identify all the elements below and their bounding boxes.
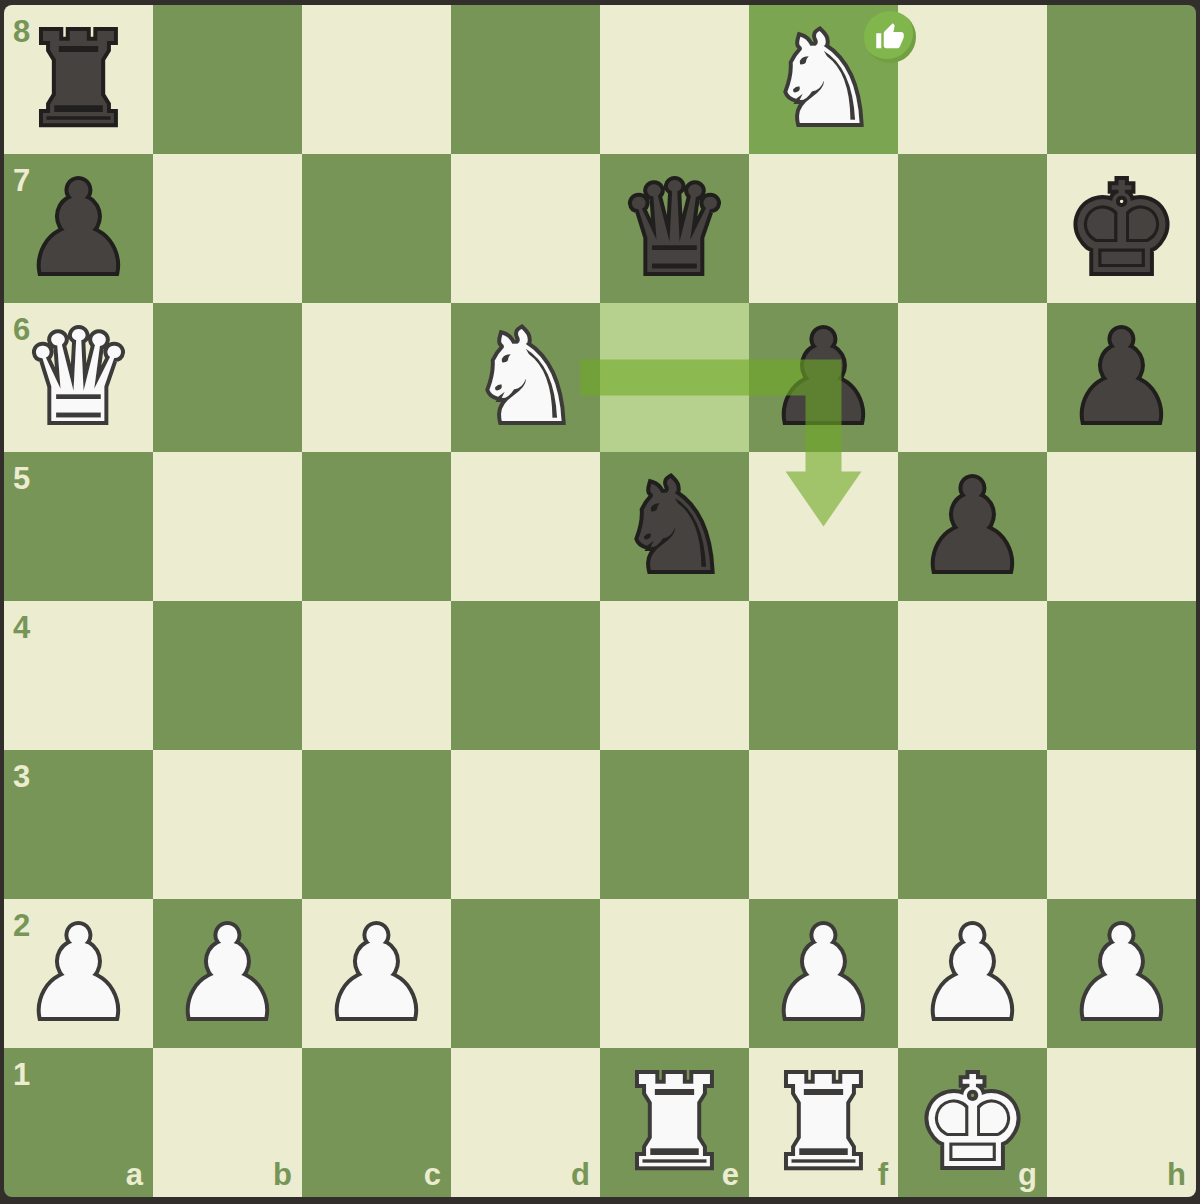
piece-black-king-h7[interactable]: ♚♚ (1047, 154, 1196, 303)
rank-label-3: 3 (13, 761, 30, 792)
square-a5[interactable]: 5 (4, 452, 153, 601)
piece-black-pawn-h6[interactable]: ♟♟ (1047, 303, 1196, 452)
square-a6[interactable]: 6♛♛ (4, 303, 153, 452)
piece-white-king-g1[interactable]: ♚♚ (898, 1048, 1047, 1197)
square-f1[interactable]: f♜♜ (749, 1048, 898, 1197)
piece-white-rook-f1[interactable]: ♜♜ (749, 1048, 898, 1197)
piece-white-knight-d6[interactable]: ♞♞ (451, 303, 600, 452)
square-f6[interactable]: ♟♟ (749, 303, 898, 452)
square-h7[interactable]: ♚♚ (1047, 154, 1196, 303)
piece-white-pawn-f2[interactable]: ♟♟ (749, 899, 898, 1048)
square-a3[interactable]: 3 (4, 750, 153, 899)
piece-white-pawn-a2[interactable]: ♟♟ (4, 899, 153, 1048)
piece-white-pawn-h2[interactable]: ♟♟ (1047, 899, 1196, 1048)
file-label-b: b (273, 1159, 292, 1190)
square-b5[interactable] (153, 452, 302, 601)
last-move-highlight-e6 (600, 303, 749, 452)
good-move-badge (864, 11, 916, 63)
piece-black-pawn-a7[interactable]: ♟♟ (4, 154, 153, 303)
square-a1[interactable]: 1a (4, 1048, 153, 1197)
square-c3[interactable] (302, 750, 451, 899)
square-h3[interactable] (1047, 750, 1196, 899)
rank-label-1: 1 (13, 1059, 30, 1090)
square-g8[interactable] (898, 5, 1047, 154)
square-c7[interactable] (302, 154, 451, 303)
square-a4[interactable]: 4 (4, 601, 153, 750)
square-f4[interactable] (749, 601, 898, 750)
square-f2[interactable]: ♟♟ (749, 899, 898, 1048)
piece-black-pawn-g5[interactable]: ♟♟ (898, 452, 1047, 601)
square-e3[interactable] (600, 750, 749, 899)
chess-app-background: { "game": "chess", "app": "chess.com-sty… (0, 0, 1200, 1204)
square-c5[interactable] (302, 452, 451, 601)
square-f7[interactable] (749, 154, 898, 303)
square-d5[interactable] (451, 452, 600, 601)
square-a8[interactable]: 8♜♜ (4, 5, 153, 154)
square-e4[interactable] (600, 601, 749, 750)
square-c4[interactable] (302, 601, 451, 750)
square-g4[interactable] (898, 601, 1047, 750)
square-f3[interactable] (749, 750, 898, 899)
piece-black-rook-a8[interactable]: ♜♜ (4, 5, 153, 154)
square-d6[interactable]: ♞♞ (451, 303, 600, 452)
square-c2[interactable]: ♟♟ (302, 899, 451, 1048)
square-b8[interactable] (153, 5, 302, 154)
piece-white-pawn-b2[interactable]: ♟♟ (153, 899, 302, 1048)
file-label-d: d (571, 1159, 590, 1190)
file-label-c: c (424, 1159, 441, 1190)
square-c1[interactable]: c (302, 1048, 451, 1197)
square-e7[interactable]: ♛♛ (600, 154, 749, 303)
square-a2[interactable]: 2♟♟ (4, 899, 153, 1048)
square-c8[interactable] (302, 5, 451, 154)
square-h2[interactable]: ♟♟ (1047, 899, 1196, 1048)
square-e5[interactable]: ♞♞ (600, 452, 749, 601)
chess-board[interactable]: 8♜♜♞♞7♟♟♛♛♚♚6♛♛♞♞♟♟♟♟5♞♞♟♟432♟♟♟♟♟♟♟♟♟♟♟… (4, 5, 1196, 1197)
square-d7[interactable] (451, 154, 600, 303)
square-h5[interactable] (1047, 452, 1196, 601)
thumbs-up-icon (875, 22, 905, 52)
square-d2[interactable] (451, 899, 600, 1048)
square-d1[interactable]: d (451, 1048, 600, 1197)
piece-white-queen-a6[interactable]: ♛♛ (4, 303, 153, 452)
square-h8[interactable] (1047, 5, 1196, 154)
square-d4[interactable] (451, 601, 600, 750)
square-b4[interactable] (153, 601, 302, 750)
file-label-a: a (126, 1159, 143, 1190)
square-b1[interactable]: b (153, 1048, 302, 1197)
square-h6[interactable]: ♟♟ (1047, 303, 1196, 452)
piece-white-pawn-c2[interactable]: ♟♟ (302, 899, 451, 1048)
square-d3[interactable] (451, 750, 600, 899)
square-g6[interactable] (898, 303, 1047, 452)
file-label-h: h (1167, 1159, 1186, 1190)
piece-white-rook-e1[interactable]: ♜♜ (600, 1048, 749, 1197)
rank-label-4: 4 (13, 612, 30, 643)
square-b3[interactable] (153, 750, 302, 899)
square-e2[interactable] (600, 899, 749, 1048)
piece-white-pawn-g2[interactable]: ♟♟ (898, 899, 1047, 1048)
square-b7[interactable] (153, 154, 302, 303)
rank-label-5: 5 (13, 463, 30, 494)
square-h4[interactable] (1047, 601, 1196, 750)
square-g3[interactable] (898, 750, 1047, 899)
square-g1[interactable]: g♚♚ (898, 1048, 1047, 1197)
square-g5[interactable]: ♟♟ (898, 452, 1047, 601)
piece-black-queen-e7[interactable]: ♛♛ (600, 154, 749, 303)
piece-black-knight-e5[interactable]: ♞♞ (600, 452, 749, 601)
square-g7[interactable] (898, 154, 1047, 303)
square-d8[interactable] (451, 5, 600, 154)
square-a7[interactable]: 7♟♟ (4, 154, 153, 303)
square-h1[interactable]: h (1047, 1048, 1196, 1197)
square-b6[interactable] (153, 303, 302, 452)
square-e8[interactable] (600, 5, 749, 154)
square-f5[interactable] (749, 452, 898, 601)
square-e1[interactable]: e♜♜ (600, 1048, 749, 1197)
square-b2[interactable]: ♟♟ (153, 899, 302, 1048)
square-e6[interactable] (600, 303, 749, 452)
piece-black-pawn-f6[interactable]: ♟♟ (749, 303, 898, 452)
square-c6[interactable] (302, 303, 451, 452)
square-g2[interactable]: ♟♟ (898, 899, 1047, 1048)
